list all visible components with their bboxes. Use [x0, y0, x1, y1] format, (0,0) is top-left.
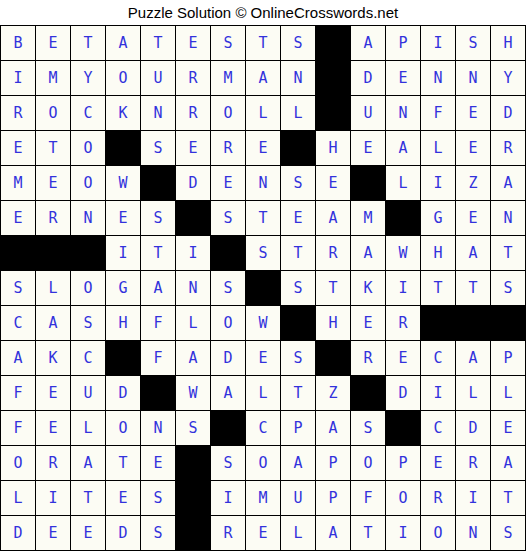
black-cell — [141, 166, 175, 200]
grid-cell: O — [211, 96, 245, 130]
grid-cell: I — [176, 236, 210, 270]
grid-cell: N — [176, 271, 210, 305]
grid-cell: A — [141, 271, 175, 305]
grid-cell: E — [106, 201, 140, 235]
grid-cell: O — [386, 481, 420, 515]
grid-cell: A — [1, 341, 35, 375]
grid-cell: N — [456, 516, 490, 550]
black-cell — [106, 341, 140, 375]
black-cell — [351, 166, 385, 200]
grid-cell: L — [491, 376, 525, 410]
grid-cell: S — [456, 26, 490, 60]
grid-cell: M — [246, 481, 280, 515]
grid-cell: T — [141, 26, 175, 60]
grid-cell: L — [36, 271, 70, 305]
grid-cell: O — [421, 516, 455, 550]
grid-cell: W — [176, 376, 210, 410]
grid-cell: U — [71, 376, 105, 410]
black-cell — [281, 306, 315, 340]
grid-cell: S — [1, 271, 35, 305]
grid-cell: I — [421, 26, 455, 60]
grid-cell: S — [281, 341, 315, 375]
grid-cell: O — [71, 166, 105, 200]
grid-cell: T — [71, 481, 105, 515]
grid-cell: E — [281, 201, 315, 235]
grid-cell: R — [421, 481, 455, 515]
grid-cell: E — [491, 411, 525, 445]
grid-cell: S — [281, 26, 315, 60]
grid-cell: I — [386, 516, 420, 550]
grid-cell: R — [456, 446, 490, 480]
black-cell — [176, 481, 210, 515]
grid-cell: O — [351, 446, 385, 480]
grid-cell: A — [351, 26, 385, 60]
black-cell — [106, 131, 140, 165]
grid-cell: A — [211, 376, 245, 410]
grid-cell: T — [36, 131, 70, 165]
grid-cell: T — [491, 481, 525, 515]
grid-cell: A — [316, 201, 350, 235]
grid-cell: U — [141, 61, 175, 95]
grid-cell: S — [246, 236, 280, 270]
grid-cell: D — [1, 516, 35, 550]
grid-cell: F — [351, 481, 385, 515]
grid-cell: N — [71, 201, 105, 235]
grid-cell: T — [316, 271, 350, 305]
grid-cell: T — [246, 26, 280, 60]
grid-cell: N — [281, 61, 315, 95]
grid-cell: S — [141, 201, 175, 235]
grid-cell: E — [246, 131, 280, 165]
grid-cell: A — [36, 306, 70, 340]
grid-cell: E — [36, 166, 70, 200]
grid-cell: E — [1, 201, 35, 235]
grid-cell: L — [71, 411, 105, 445]
grid-cell: L — [421, 131, 455, 165]
black-cell — [176, 201, 210, 235]
grid-cell: N — [386, 96, 420, 130]
black-cell — [71, 236, 105, 270]
black-cell — [211, 411, 245, 445]
grid-cell: E — [36, 516, 70, 550]
grid-cell: Y — [491, 61, 525, 95]
grid-cell: N — [491, 201, 525, 235]
black-cell — [351, 376, 385, 410]
grid-cell: I — [211, 481, 245, 515]
grid-cell: I — [421, 376, 455, 410]
grid-cell: O — [211, 306, 245, 340]
grid-cell: R — [211, 516, 245, 550]
grid-cell: A — [351, 236, 385, 270]
grid-cell: A — [491, 446, 525, 480]
grid-cell: I — [106, 236, 140, 270]
grid-cell: T — [106, 446, 140, 480]
grid-cell: A — [176, 341, 210, 375]
grid-cell: A — [491, 166, 525, 200]
grid-cell: T — [456, 271, 490, 305]
grid-cell: F — [141, 306, 175, 340]
grid-cell: C — [421, 341, 455, 375]
grid-cell: T — [351, 516, 385, 550]
grid-cell: G — [421, 201, 455, 235]
black-cell — [176, 446, 210, 480]
grid-cell: E — [36, 376, 70, 410]
grid-cell: L — [281, 516, 315, 550]
grid-cell: R — [316, 236, 350, 270]
grid-cell: L — [386, 166, 420, 200]
grid-cell: N — [141, 96, 175, 130]
grid-cell: D — [106, 516, 140, 550]
black-cell — [176, 516, 210, 550]
grid-cell: G — [106, 271, 140, 305]
grid-cell: E — [456, 131, 490, 165]
grid-cell: E — [176, 131, 210, 165]
grid-cell: T — [246, 201, 280, 235]
grid-cell: D — [456, 411, 490, 445]
grid-cell: A — [456, 236, 490, 270]
grid-cell: E — [246, 516, 280, 550]
grid-cell: C — [246, 411, 280, 445]
grid-cell: T — [421, 271, 455, 305]
grid-cell: D — [386, 376, 420, 410]
grid-cell: D — [176, 166, 210, 200]
grid-cell: H — [491, 26, 525, 60]
grid-cell: O — [71, 271, 105, 305]
grid-cell: U — [351, 96, 385, 130]
grid-cell: E — [351, 306, 385, 340]
black-cell — [316, 96, 350, 130]
grid-cell: L — [246, 96, 280, 130]
grid-cell: D — [106, 376, 140, 410]
grid-cell: S — [211, 26, 245, 60]
grid-cell: N — [141, 411, 175, 445]
grid-cell: E — [456, 96, 490, 130]
grid-cell: N — [456, 61, 490, 95]
grid-cell: E — [36, 411, 70, 445]
grid-cell: E — [386, 61, 420, 95]
grid-cell: D — [211, 341, 245, 375]
black-cell — [491, 306, 525, 340]
grid-cell: C — [71, 341, 105, 375]
page-title: Puzzle Solution © OnlineCrosswords.net — [0, 0, 526, 25]
black-cell — [386, 411, 420, 445]
grid-cell: S — [141, 516, 175, 550]
grid-cell: S — [281, 166, 315, 200]
grid-cell: O — [106, 411, 140, 445]
grid-cell: F — [141, 341, 175, 375]
grid-cell: R — [351, 341, 385, 375]
grid-cell: A — [106, 26, 140, 60]
black-cell — [211, 236, 245, 270]
grid-cell: R — [176, 96, 210, 130]
grid-cell: E — [106, 481, 140, 515]
grid-cell: T — [71, 26, 105, 60]
grid-cell: N — [421, 61, 455, 95]
black-cell — [1, 236, 35, 270]
grid-cell: T — [281, 376, 315, 410]
grid-cell: F — [421, 96, 455, 130]
grid-cell: I — [36, 481, 70, 515]
grid-cell: U — [281, 481, 315, 515]
grid-cell: N — [246, 166, 280, 200]
grid-cell: A — [316, 516, 350, 550]
grid-cell: C — [71, 96, 105, 130]
grid-cell: O — [1, 446, 35, 480]
grid-cell: R — [36, 201, 70, 235]
grid-cell: P — [316, 481, 350, 515]
grid-cell: L — [1, 481, 35, 515]
grid-cell: P — [281, 411, 315, 445]
puzzle-solution-page: Puzzle Solution © OnlineCrosswords.net B… — [0, 0, 526, 551]
grid-cell: R — [211, 131, 245, 165]
grid-cell: S — [141, 481, 175, 515]
grid-cell: K — [351, 271, 385, 305]
grid-cell: I — [1, 61, 35, 95]
grid-cell: H — [106, 306, 140, 340]
crossword-grid: BETATESTSAPISHIMYOURMANDENNYROCKNROLLUNF… — [0, 25, 526, 551]
grid-cell: I — [386, 271, 420, 305]
grid-cell: E — [246, 341, 280, 375]
grid-cell: D — [351, 61, 385, 95]
grid-cell: O — [246, 446, 280, 480]
grid-cell: E — [456, 201, 490, 235]
grid-cell: E — [386, 341, 420, 375]
grid-cell: T — [491, 236, 525, 270]
grid-cell: I — [421, 166, 455, 200]
grid-cell: F — [1, 411, 35, 445]
grid-cell: A — [316, 411, 350, 445]
grid-cell: K — [36, 341, 70, 375]
grid-cell: C — [1, 306, 35, 340]
grid-cell: L — [246, 376, 280, 410]
grid-cell: K — [106, 96, 140, 130]
grid-cell: P — [386, 446, 420, 480]
grid-cell: H — [316, 306, 350, 340]
black-cell — [36, 236, 70, 270]
grid-cell: S — [211, 271, 245, 305]
grid-cell: B — [1, 26, 35, 60]
black-cell — [421, 306, 455, 340]
grid-cell: P — [386, 26, 420, 60]
grid-cell: L — [281, 96, 315, 130]
black-cell — [246, 271, 280, 305]
grid-cell: Y — [71, 61, 105, 95]
grid-cell: R — [36, 446, 70, 480]
grid-cell: A — [281, 446, 315, 480]
grid-cell: C — [421, 411, 455, 445]
grid-cell: A — [246, 61, 280, 95]
grid-cell: T — [281, 236, 315, 270]
grid-cell: O — [71, 131, 105, 165]
grid-cell: A — [71, 446, 105, 480]
black-cell — [386, 201, 420, 235]
grid-cell: L — [176, 306, 210, 340]
grid-cell: F — [1, 376, 35, 410]
grid-cell: O — [36, 96, 70, 130]
grid-cell: E — [71, 516, 105, 550]
black-cell — [316, 61, 350, 95]
grid-cell: A — [456, 341, 490, 375]
grid-cell: S — [141, 131, 175, 165]
grid-cell: S — [211, 446, 245, 480]
grid-cell: M — [211, 61, 245, 95]
grid-cell: E — [351, 131, 385, 165]
black-cell — [316, 26, 350, 60]
black-cell — [141, 376, 175, 410]
grid-cell: Z — [316, 376, 350, 410]
grid-cell: R — [176, 61, 210, 95]
grid-cell: E — [1, 131, 35, 165]
grid-cell: E — [141, 446, 175, 480]
grid-cell: H — [421, 236, 455, 270]
grid-cell: W — [386, 236, 420, 270]
grid-cell: S — [71, 306, 105, 340]
grid-cell: W — [246, 306, 280, 340]
grid-cell: E — [211, 166, 245, 200]
grid-cell: R — [491, 131, 525, 165]
grid-cell: O — [106, 61, 140, 95]
grid-cell: M — [351, 201, 385, 235]
grid-cell: S — [281, 271, 315, 305]
grid-cell: S — [176, 411, 210, 445]
grid-cell: M — [1, 166, 35, 200]
grid-cell: S — [491, 271, 525, 305]
black-cell — [316, 341, 350, 375]
grid-cell: E — [316, 166, 350, 200]
grid-cell: S — [211, 201, 245, 235]
grid-cell: I — [456, 481, 490, 515]
grid-cell: E — [421, 446, 455, 480]
black-cell — [456, 306, 490, 340]
grid-cell: R — [386, 306, 420, 340]
grid-cell: S — [351, 411, 385, 445]
grid-cell: W — [106, 166, 140, 200]
grid-cell: L — [456, 376, 490, 410]
grid-cell: Z — [456, 166, 490, 200]
grid-cell: E — [36, 26, 70, 60]
black-cell — [281, 131, 315, 165]
grid-cell: P — [491, 341, 525, 375]
grid-cell: D — [491, 96, 525, 130]
grid-cell: S — [491, 516, 525, 550]
grid-cell: M — [36, 61, 70, 95]
grid-cell: E — [176, 26, 210, 60]
grid-cell: P — [316, 446, 350, 480]
grid-cell: T — [141, 236, 175, 270]
grid-cell: H — [316, 131, 350, 165]
grid-cell: A — [386, 131, 420, 165]
grid-cell: R — [1, 96, 35, 130]
